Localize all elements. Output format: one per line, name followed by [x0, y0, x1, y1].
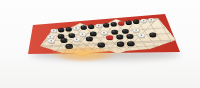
game-piece-black[interactable] [126, 20, 132, 25]
game-piece-black[interactable] [127, 41, 135, 46]
game-piece-black[interactable] [111, 30, 118, 35]
game-piece-white[interactable] [51, 29, 57, 34]
game-piece-red[interactable] [106, 35, 113, 40]
game-piece-white[interactable] [96, 24, 102, 29]
game-piece-white[interactable] [133, 28, 140, 33]
game-piece-black[interactable] [133, 20, 139, 25]
board-svg [0, 0, 200, 88]
game-piece-black[interactable] [69, 33, 76, 38]
game-piece-black[interactable] [149, 33, 156, 38]
game-piece-white[interactable] [141, 19, 147, 24]
game-piece-black[interactable] [117, 42, 125, 47]
game-piece-black[interactable] [81, 25, 87, 30]
game-piece-black[interactable] [111, 22, 117, 27]
game-piece-white[interactable] [101, 31, 108, 36]
game-piece-white[interactable] [73, 26, 79, 31]
game-piece-black[interactable] [122, 29, 129, 34]
game-piece-red[interactable] [118, 21, 124, 26]
game-piece-white[interactable] [48, 39, 55, 44]
game-piece-white[interactable] [148, 18, 154, 23]
game-piece-white[interactable] [79, 32, 86, 37]
photo-scene [0, 0, 200, 88]
game-piece-black[interactable] [86, 36, 93, 41]
game-piece-black[interactable] [58, 28, 64, 33]
game-piece-black[interactable] [66, 27, 72, 32]
game-piece-white[interactable] [138, 33, 145, 38]
game-piece-white[interactable] [73, 37, 80, 42]
game-piece-black[interactable] [88, 25, 94, 30]
game-piece-black[interactable] [90, 32, 97, 37]
game-piece-black[interactable] [61, 38, 68, 43]
game-piece-black[interactable] [66, 44, 74, 49]
game-piece-black[interactable] [127, 34, 134, 39]
game-piece-black[interactable] [103, 23, 109, 28]
game-piece-black[interactable] [98, 42, 106, 47]
game-piece-black[interactable] [116, 35, 123, 40]
